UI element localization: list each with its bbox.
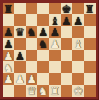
square-c1[interactable]: ♛ xyxy=(26,85,38,97)
piece-black-knight[interactable]: ♞ xyxy=(27,27,37,38)
square-c5[interactable] xyxy=(26,38,38,50)
square-c4[interactable] xyxy=(26,50,38,62)
square-d3[interactable] xyxy=(37,61,49,73)
square-f3[interactable] xyxy=(61,61,73,73)
square-f7[interactable]: ♟ xyxy=(61,14,73,26)
piece-black-king[interactable]: ♚ xyxy=(62,3,72,14)
square-e1[interactable]: ♜ xyxy=(49,85,61,97)
square-h3[interactable] xyxy=(84,61,96,73)
piece-white-pawn[interactable]: ♟ xyxy=(3,50,13,61)
square-d5[interactable]: ♞ xyxy=(37,38,49,50)
chess-board[interactable]: ♜♚♜♝♟♟♟♛♞♟♟♟♞♟♝♟♟♞♟♟♟♛♞♜♚ xyxy=(3,3,96,97)
square-g7[interactable]: ♟ xyxy=(72,14,84,26)
square-a1[interactable] xyxy=(3,85,15,97)
square-e5[interactable]: ♟ xyxy=(49,38,61,50)
square-e3[interactable] xyxy=(49,61,61,73)
piece-white-pawn[interactable]: ♟ xyxy=(50,39,60,50)
square-g1[interactable]: ♚ xyxy=(72,85,84,97)
square-g6[interactable] xyxy=(72,26,84,38)
square-f4[interactable] xyxy=(61,50,73,62)
square-d2[interactable] xyxy=(37,73,49,85)
board-frame: ♜♚♜♝♟♟♟♛♞♟♟♟♞♟♝♟♟♞♟♟♟♛♞♜♚ xyxy=(0,0,99,100)
square-b8[interactable] xyxy=(14,3,26,15)
piece-black-pawn[interactable]: ♟ xyxy=(15,50,25,61)
square-b1[interactable] xyxy=(14,85,26,97)
square-h2[interactable] xyxy=(84,73,96,85)
square-b6[interactable]: ♛ xyxy=(14,26,26,38)
square-e8[interactable] xyxy=(49,3,61,15)
square-e7[interactable]: ♝ xyxy=(49,14,61,26)
piece-black-knight[interactable]: ♞ xyxy=(38,39,48,50)
square-a6[interactable]: ♟ xyxy=(3,26,15,38)
square-b2[interactable]: ♟ xyxy=(14,73,26,85)
square-c8[interactable] xyxy=(26,3,38,15)
square-d6[interactable]: ♟ xyxy=(37,26,49,38)
square-e2[interactable] xyxy=(49,73,61,85)
square-h8[interactable]: ♜ xyxy=(84,3,96,15)
square-a5[interactable]: ♟ xyxy=(3,38,15,50)
square-g8[interactable] xyxy=(72,3,84,15)
piece-black-pawn[interactable]: ♟ xyxy=(3,27,13,38)
square-b4[interactable]: ♟ xyxy=(14,50,26,62)
piece-white-bishop[interactable]: ♝ xyxy=(73,39,83,50)
piece-black-pawn[interactable]: ♟ xyxy=(3,39,13,50)
square-b7[interactable] xyxy=(14,14,26,26)
piece-white-king[interactable]: ♚ xyxy=(73,86,83,97)
square-f6[interactable] xyxy=(61,26,73,38)
square-a4[interactable]: ♟ xyxy=(3,50,15,62)
square-f1[interactable] xyxy=(61,85,73,97)
piece-white-pawn[interactable]: ♟ xyxy=(27,74,37,85)
square-b3[interactable] xyxy=(14,61,26,73)
square-a7[interactable] xyxy=(3,14,15,26)
piece-black-pawn[interactable]: ♟ xyxy=(50,27,60,38)
piece-black-rook[interactable]: ♜ xyxy=(3,3,13,14)
square-h1[interactable] xyxy=(84,85,96,97)
square-f5[interactable] xyxy=(61,38,73,50)
square-g4[interactable] xyxy=(72,50,84,62)
square-d1[interactable]: ♞ xyxy=(37,85,49,97)
square-a3[interactable]: ♞ xyxy=(3,61,15,73)
square-g5[interactable]: ♝ xyxy=(72,38,84,50)
square-d4[interactable] xyxy=(37,50,49,62)
square-b5[interactable] xyxy=(14,38,26,50)
square-e6[interactable]: ♟ xyxy=(49,26,61,38)
piece-white-pawn[interactable]: ♟ xyxy=(3,74,13,85)
square-h6[interactable] xyxy=(84,26,96,38)
piece-black-bishop[interactable]: ♝ xyxy=(50,15,60,26)
piece-black-rook[interactable]: ♜ xyxy=(85,3,95,14)
square-c2[interactable]: ♟ xyxy=(26,73,38,85)
square-d7[interactable] xyxy=(37,14,49,26)
piece-black-pawn[interactable]: ♟ xyxy=(73,15,83,26)
square-c3[interactable] xyxy=(26,61,38,73)
piece-black-pawn[interactable]: ♟ xyxy=(62,15,72,26)
chess-app: ♜♚♜♝♟♟♟♛♞♟♟♟♞♟♝♟♟♞♟♟♟♛♞♜♚ xyxy=(0,0,99,100)
square-h7[interactable] xyxy=(84,14,96,26)
square-f8[interactable]: ♚ xyxy=(61,3,73,15)
piece-white-knight[interactable]: ♞ xyxy=(38,86,48,97)
square-e4[interactable] xyxy=(49,50,61,62)
square-c7[interactable] xyxy=(26,14,38,26)
square-f2[interactable] xyxy=(61,73,73,85)
piece-white-rook[interactable]: ♜ xyxy=(50,86,60,97)
square-c6[interactable]: ♞ xyxy=(26,26,38,38)
piece-black-queen[interactable]: ♛ xyxy=(15,27,25,38)
square-h5[interactable] xyxy=(84,38,96,50)
square-a8[interactable]: ♜ xyxy=(3,3,15,15)
square-h4[interactable] xyxy=(84,50,96,62)
piece-white-pawn[interactable]: ♟ xyxy=(15,74,25,85)
piece-white-knight[interactable]: ♞ xyxy=(3,62,13,73)
square-a2[interactable]: ♟ xyxy=(3,73,15,85)
square-g3[interactable] xyxy=(72,61,84,73)
square-d8[interactable] xyxy=(37,3,49,15)
square-g2[interactable] xyxy=(72,73,84,85)
piece-black-pawn[interactable]: ♟ xyxy=(38,27,48,38)
piece-white-queen[interactable]: ♛ xyxy=(27,86,37,97)
